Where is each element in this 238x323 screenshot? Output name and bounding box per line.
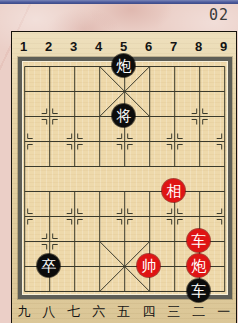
file-number-5: 5: [111, 39, 136, 54]
window-top-bar: [0, 0, 238, 4]
file-label-6: 四: [136, 303, 161, 321]
file-number-1: 1: [11, 39, 36, 54]
file-number-9: 9: [211, 39, 236, 54]
file-label-2: 八: [36, 303, 61, 321]
file-label-4: 六: [86, 303, 111, 321]
app-window: 02 123456789 炮将相车卒帅炮车 九八七六五四三二一: [0, 0, 238, 323]
file-label-1: 九: [11, 303, 36, 321]
file-number-8: 8: [186, 39, 211, 54]
xiangqi-board[interactable]: 123456789 炮将相车卒帅炮车 九八七六五四三二一: [11, 31, 237, 323]
file-label-7: 三: [161, 303, 186, 321]
file-label-9: 一: [211, 303, 236, 321]
file-label-5: 五: [111, 303, 136, 321]
file-number-7: 7: [161, 39, 186, 54]
file-number-3: 3: [61, 39, 86, 54]
file-label-8: 二: [186, 303, 211, 321]
file-number-6: 6: [136, 39, 161, 54]
file-number-2: 2: [36, 39, 61, 54]
file-number-4: 4: [86, 39, 111, 54]
file-label-3: 七: [61, 303, 86, 321]
puzzle-number: 02: [209, 6, 229, 24]
